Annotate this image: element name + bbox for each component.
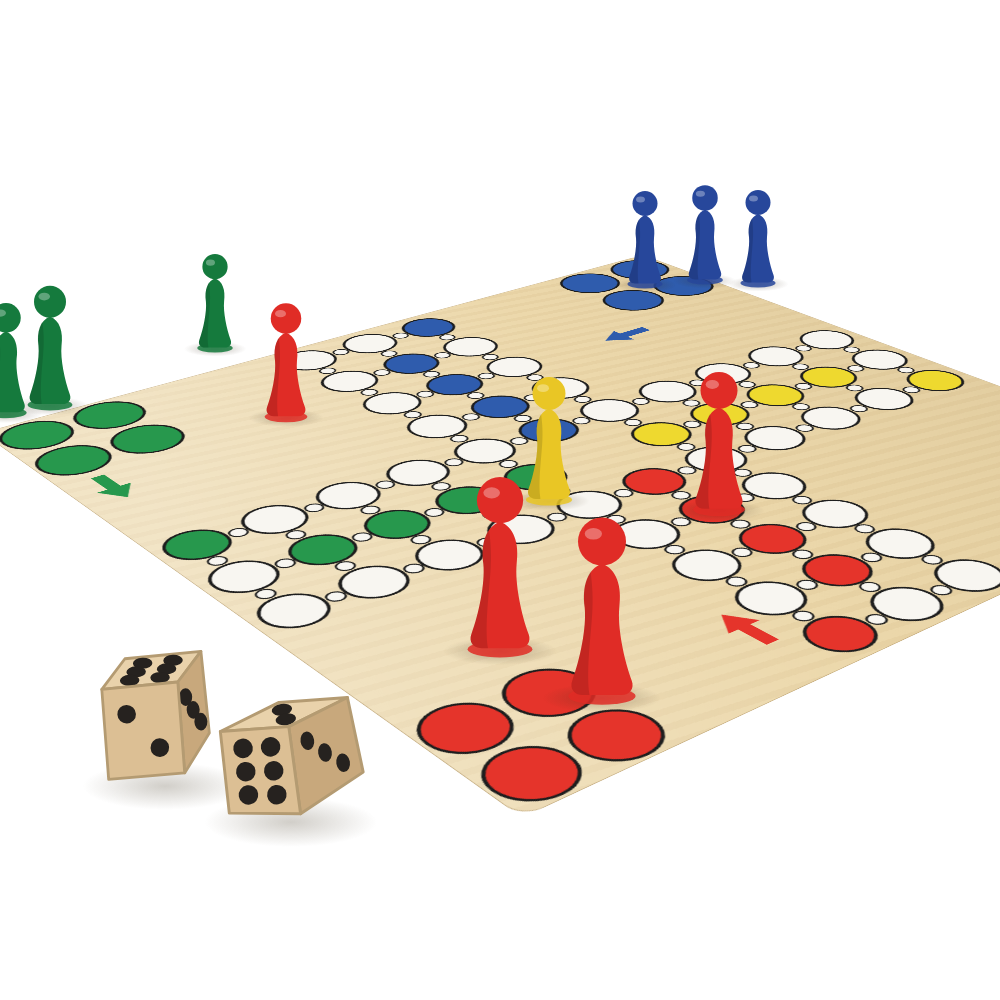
track-link	[792, 578, 823, 592]
cell-9-3	[171, 466, 289, 517]
track-link	[788, 548, 818, 561]
cell-4-8[interactable]	[773, 488, 897, 541]
track-link	[271, 557, 301, 571]
cell-3-8	[834, 465, 955, 516]
track-circle	[375, 455, 463, 492]
die-right[interactable]	[208, 664, 374, 834]
track-link	[427, 481, 455, 493]
track-circle	[243, 587, 344, 636]
pawn-blue-home-3[interactable]	[732, 188, 784, 288]
track-circle	[303, 476, 393, 515]
track-link	[356, 504, 384, 516]
green-circle	[150, 524, 244, 567]
cell-4-10[interactable]	[903, 546, 1000, 606]
track-link	[251, 587, 282, 602]
cell-4-9[interactable]	[836, 516, 964, 573]
cell-7-10	[699, 631, 842, 703]
red-start-arrow-icon	[701, 604, 797, 651]
red-circle	[788, 548, 887, 593]
track-circle	[658, 543, 756, 588]
track-link	[925, 583, 956, 597]
track-link	[440, 457, 467, 468]
green-circle	[275, 528, 370, 571]
track-link	[787, 609, 819, 624]
cell-10-5[interactable]	[179, 547, 308, 608]
red-circle	[725, 518, 821, 560]
cell-9-6[interactable]	[309, 552, 439, 613]
track-link	[372, 479, 399, 491]
pawn-blue-home-1[interactable]	[619, 189, 671, 289]
red-home-circle	[398, 693, 533, 765]
red-home-circle	[461, 735, 602, 813]
pawn-green-home-2[interactable]	[0, 301, 37, 419]
track-link	[856, 551, 886, 565]
track-link	[399, 562, 429, 576]
scene	[0, 0, 1000, 1000]
track-link	[348, 531, 377, 544]
track-link	[659, 543, 689, 556]
cell-5-9[interactable]	[772, 541, 903, 601]
track-circle	[721, 575, 823, 623]
track-link	[300, 502, 328, 514]
cell-5-10[interactable]	[839, 573, 975, 637]
cell-9-5[interactable]	[260, 522, 386, 579]
green-circle	[351, 504, 444, 545]
cell-8-4[interactable]	[289, 470, 408, 521]
track-link	[224, 526, 253, 539]
red-circle	[788, 609, 894, 660]
cell-6-8[interactable]	[642, 536, 772, 595]
pawn-green-track[interactable]	[189, 252, 242, 353]
green-start-arrow-icon	[72, 470, 149, 506]
cell-7-9	[633, 595, 771, 662]
pawn-red-home-2[interactable]	[552, 514, 652, 706]
cell-10-10[interactable]	[454, 731, 610, 817]
track-circle	[324, 559, 423, 605]
cell-3-9	[897, 492, 1000, 546]
track-link	[321, 589, 352, 604]
cell-6-10[interactable]	[771, 601, 911, 669]
track-link	[203, 554, 232, 568]
track-link	[282, 528, 311, 541]
cell-10-2	[54, 462, 171, 512]
track-link	[406, 533, 435, 546]
track-link	[792, 520, 821, 533]
track-link	[917, 553, 947, 567]
pawn-red-home-1[interactable]	[452, 473, 548, 658]
track-circle	[195, 554, 293, 600]
track-circle	[229, 499, 321, 540]
track-link	[331, 559, 361, 573]
cell-2-9	[955, 470, 1000, 521]
track-circle	[852, 523, 949, 566]
track-link	[421, 506, 449, 518]
cell-9-4[interactable]	[214, 493, 336, 547]
track-circle	[788, 494, 882, 534]
track-link	[851, 523, 880, 536]
track-link	[721, 575, 752, 589]
cell-6-9[interactable]	[704, 568, 839, 631]
track-circle	[856, 580, 959, 628]
pawn-red-track-b[interactable]	[681, 369, 758, 517]
cell-10-4[interactable]	[135, 517, 260, 574]
track-link	[854, 580, 885, 594]
cell-10-6[interactable]	[227, 579, 361, 644]
cell-3-10	[964, 521, 1000, 578]
track-link	[860, 612, 892, 627]
track-circle	[920, 553, 1000, 599]
cell-10-9[interactable]	[391, 689, 541, 769]
pawn-red-track-a[interactable]	[254, 301, 317, 423]
pawn-blue-home-2[interactable]	[678, 183, 731, 285]
cell-10-3	[93, 489, 214, 542]
cell-8-5[interactable]	[336, 498, 459, 552]
track-link	[727, 546, 757, 559]
track-link	[610, 487, 638, 499]
track-link	[788, 494, 816, 506]
